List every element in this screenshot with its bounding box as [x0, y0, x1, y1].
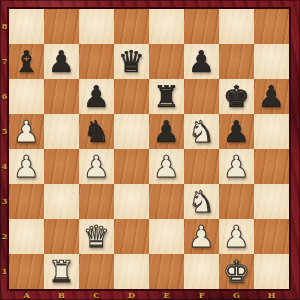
piece-white-rook[interactable]: ♜	[44, 254, 79, 289]
piece-white-pawn[interactable]: ♟	[149, 149, 184, 184]
square-e5[interactable]: ♟	[149, 114, 184, 149]
piece-black-pawn[interactable]: ♟	[79, 79, 114, 114]
square-e1[interactable]	[149, 254, 184, 289]
square-e2[interactable]	[149, 219, 184, 254]
square-e7[interactable]	[149, 44, 184, 79]
piece-black-pawn[interactable]: ♟	[254, 79, 289, 114]
file-label-a: A	[9, 291, 44, 300]
square-e4[interactable]: ♟	[149, 149, 184, 184]
file-label-c: C	[79, 291, 114, 300]
piece-black-knight[interactable]: ♞	[79, 114, 114, 149]
file-label-h: H	[254, 291, 289, 300]
piece-black-king[interactable]: ♚	[219, 79, 254, 114]
square-a8[interactable]	[9, 9, 44, 44]
square-b4[interactable]	[44, 149, 79, 184]
square-g3[interactable]	[219, 184, 254, 219]
file-label-b: B	[44, 291, 79, 300]
square-b5[interactable]	[44, 114, 79, 149]
square-b7[interactable]: ♟	[44, 44, 79, 79]
chess-board-frame: ♝♟♛♟♟♜♚♟♟♞♟♞♟♟♟♟♟♞♛♟♟♜♚ 87654321 ABCDEFG…	[0, 0, 300, 300]
file-label-f: F	[184, 291, 219, 300]
square-f4[interactable]	[184, 149, 219, 184]
square-c6[interactable]: ♟	[79, 79, 114, 114]
rank-label-1: 1	[0, 254, 9, 289]
square-f5[interactable]: ♞	[184, 114, 219, 149]
square-g4[interactable]: ♟	[219, 149, 254, 184]
rank-labels: 87654321	[0, 9, 9, 289]
square-f1[interactable]	[184, 254, 219, 289]
square-d8[interactable]	[114, 9, 149, 44]
chess-board[interactable]: ♝♟♛♟♟♜♚♟♟♞♟♞♟♟♟♟♟♞♛♟♟♜♚	[9, 9, 289, 289]
piece-white-king[interactable]: ♚	[219, 254, 254, 289]
rank-label-4: 4	[0, 149, 9, 184]
piece-white-knight[interactable]: ♞	[184, 114, 219, 149]
square-g8[interactable]	[219, 9, 254, 44]
piece-black-queen[interactable]: ♛	[114, 44, 149, 79]
square-g6[interactable]: ♚	[219, 79, 254, 114]
piece-white-pawn[interactable]: ♟	[79, 149, 114, 184]
square-g1[interactable]: ♚	[219, 254, 254, 289]
square-c5[interactable]: ♞	[79, 114, 114, 149]
square-c8[interactable]	[79, 9, 114, 44]
square-e6[interactable]: ♜	[149, 79, 184, 114]
square-a5[interactable]: ♟	[9, 114, 44, 149]
square-h2[interactable]	[254, 219, 289, 254]
file-labels: ABCDEFGH	[9, 291, 289, 300]
square-e3[interactable]	[149, 184, 184, 219]
rank-label-2: 2	[0, 219, 9, 254]
square-b2[interactable]	[44, 219, 79, 254]
square-a4[interactable]: ♟	[9, 149, 44, 184]
piece-black-bishop[interactable]: ♝	[9, 44, 44, 79]
square-h7[interactable]	[254, 44, 289, 79]
square-f7[interactable]: ♟	[184, 44, 219, 79]
square-a2[interactable]	[9, 219, 44, 254]
rank-label-3: 3	[0, 184, 9, 219]
square-h4[interactable]	[254, 149, 289, 184]
piece-white-pawn[interactable]: ♟	[9, 114, 44, 149]
file-label-e: E	[149, 291, 184, 300]
square-d2[interactable]	[114, 219, 149, 254]
file-label-d: D	[114, 291, 149, 300]
square-a6[interactable]	[9, 79, 44, 114]
square-d6[interactable]	[114, 79, 149, 114]
square-h5[interactable]	[254, 114, 289, 149]
square-e8[interactable]	[149, 9, 184, 44]
square-b6[interactable]	[44, 79, 79, 114]
piece-white-knight[interactable]: ♞	[184, 184, 219, 219]
square-d5[interactable]	[114, 114, 149, 149]
square-b8[interactable]	[44, 9, 79, 44]
square-h3[interactable]	[254, 184, 289, 219]
square-g2[interactable]: ♟	[219, 219, 254, 254]
piece-black-pawn[interactable]: ♟	[44, 44, 79, 79]
square-a1[interactable]	[9, 254, 44, 289]
piece-black-pawn[interactable]: ♟	[219, 114, 254, 149]
rank-label-5: 5	[0, 114, 9, 149]
square-d3[interactable]	[114, 184, 149, 219]
square-h6[interactable]: ♟	[254, 79, 289, 114]
piece-white-queen[interactable]: ♛	[79, 219, 114, 254]
piece-black-rook[interactable]: ♜	[149, 79, 184, 114]
piece-black-pawn[interactable]: ♟	[184, 44, 219, 79]
square-b1[interactable]: ♜	[44, 254, 79, 289]
square-d7[interactable]: ♛	[114, 44, 149, 79]
square-f6[interactable]	[184, 79, 219, 114]
piece-black-pawn[interactable]: ♟	[149, 114, 184, 149]
square-d4[interactable]	[114, 149, 149, 184]
square-a3[interactable]	[9, 184, 44, 219]
piece-white-pawn[interactable]: ♟	[184, 219, 219, 254]
square-d1[interactable]	[114, 254, 149, 289]
square-f2[interactable]: ♟	[184, 219, 219, 254]
piece-white-pawn[interactable]: ♟	[219, 149, 254, 184]
square-h8[interactable]	[254, 9, 289, 44]
square-g5[interactable]: ♟	[219, 114, 254, 149]
rank-label-6: 6	[0, 79, 9, 114]
square-f3[interactable]: ♞	[184, 184, 219, 219]
rank-label-7: 7	[0, 44, 9, 79]
square-f8[interactable]	[184, 9, 219, 44]
square-a7[interactable]: ♝	[9, 44, 44, 79]
square-c3[interactable]	[79, 184, 114, 219]
square-c7[interactable]	[79, 44, 114, 79]
piece-white-pawn[interactable]: ♟	[219, 219, 254, 254]
square-c4[interactable]: ♟	[79, 149, 114, 184]
square-c1[interactable]	[79, 254, 114, 289]
square-c2[interactable]: ♛	[79, 219, 114, 254]
piece-white-pawn[interactable]: ♟	[9, 149, 44, 184]
square-b3[interactable]	[44, 184, 79, 219]
square-g7[interactable]	[219, 44, 254, 79]
file-label-g: G	[219, 291, 254, 300]
square-h1[interactable]	[254, 254, 289, 289]
rank-label-8: 8	[0, 9, 9, 44]
